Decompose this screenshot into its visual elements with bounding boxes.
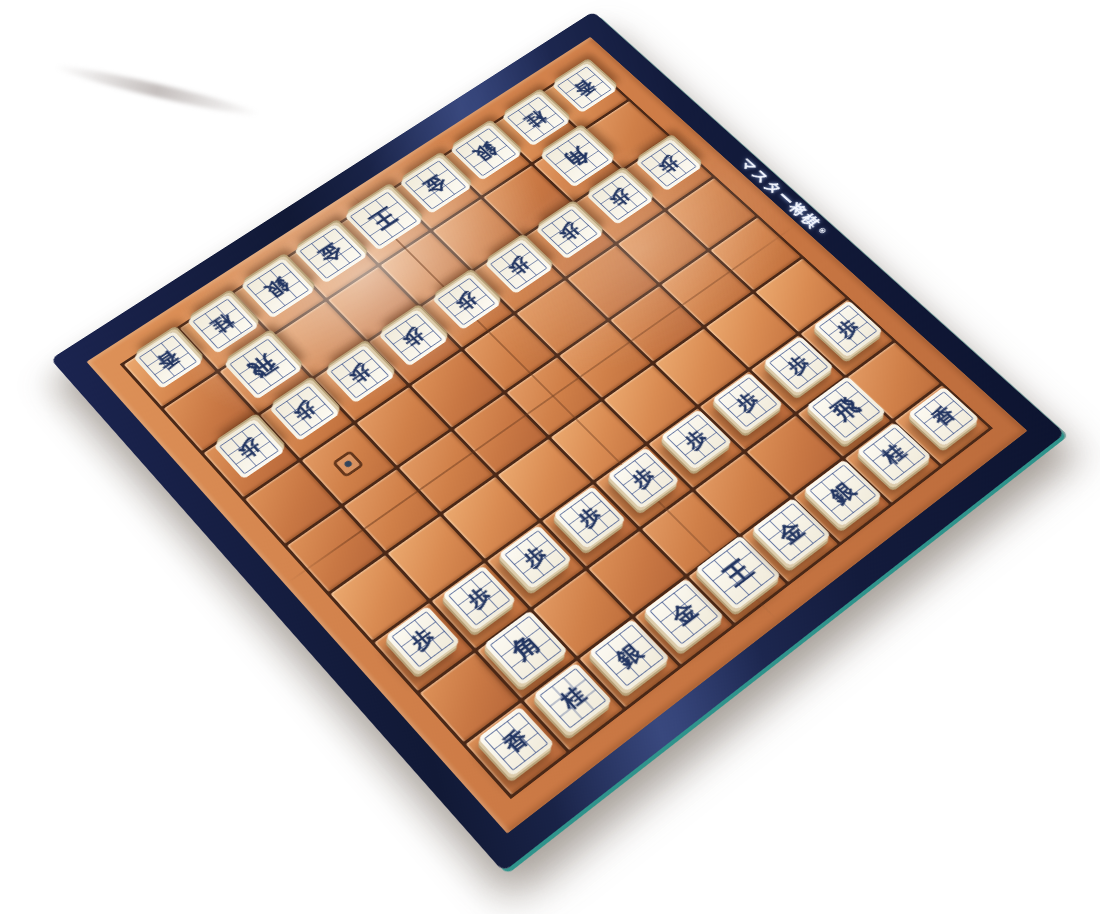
product-photo-canvas: 香桂銀金王金銀桂香飛角歩歩歩歩歩歩歩歩歩歩歩歩歩歩歩歩歩歩角飛香桂銀金王金銀桂香…	[0, 0, 1100, 914]
background-smudge	[53, 61, 261, 121]
piece-kanji: 歩	[733, 390, 763, 415]
piece-kanji: 王	[366, 205, 401, 233]
piece-knight-sente[interactable]: 桂	[534, 663, 613, 735]
piece-kanji: 歩	[784, 353, 814, 378]
piece-kanji: 王	[719, 556, 758, 590]
piece-kanji: 飛	[246, 352, 281, 381]
piece-kanji: 歩	[681, 427, 711, 453]
piece-kanji: 銀	[826, 479, 860, 508]
piece-bishop-gote[interactable]: 角	[540, 129, 615, 188]
piece-gold-sente[interactable]: 金	[644, 578, 725, 649]
piece-kanji: 金	[420, 173, 451, 198]
piece-kanji: 歩	[575, 504, 606, 531]
piece-lance-sente[interactable]: 香	[478, 707, 555, 777]
piece-kanji: 香	[571, 77, 599, 98]
piece-pawn-sente[interactable]: 歩	[442, 565, 516, 631]
shogi-board: 香桂銀金王金銀桂香飛角歩歩歩歩歩歩歩歩歩歩歩歩歩歩歩歩歩歩角飛香桂銀金王金銀桂香…	[50, 11, 1064, 871]
piece-kanji: 銀	[470, 140, 501, 164]
piece-kanji: 歩	[345, 361, 375, 386]
piece-kanji: 角	[507, 631, 545, 665]
piece-kanji: 銀	[612, 640, 647, 671]
piece-kanji: 桂	[879, 442, 909, 468]
piece-pawn-gote[interactable]: 歩	[432, 273, 501, 330]
piece-kanji: 飛	[828, 394, 864, 424]
piece-kanji: 金	[667, 598, 701, 628]
piece-kanji: 歩	[605, 187, 633, 210]
piece-pawn-gote[interactable]: 歩	[213, 418, 284, 479]
piece-gold-sente[interactable]: 金	[751, 498, 831, 567]
piece-kanji: 金	[774, 518, 808, 547]
piece-kanji: 歩	[399, 325, 428, 349]
piece-kanji: 香	[500, 727, 532, 756]
piece-kanji: 桂	[208, 311, 237, 335]
piece-silver-sente[interactable]: 銀	[589, 619, 671, 692]
piece-kanji: 歩	[628, 465, 658, 491]
piece-kanji: 歩	[290, 398, 320, 423]
piece-pawn-sente[interactable]: 歩	[385, 606, 460, 673]
piece-pawn-sente[interactable]: 歩	[498, 525, 572, 589]
piece-kanji: 歩	[655, 153, 683, 175]
piece-kanji: 歩	[452, 289, 481, 313]
piece-pawn-gote[interactable]: 歩	[535, 205, 603, 260]
piece-kanji: 歩	[407, 625, 439, 653]
piece-pawn-gote[interactable]: 歩	[269, 381, 340, 441]
piece-silver-sente[interactable]: 銀	[804, 460, 883, 527]
piece-rook-gote[interactable]: 飛	[224, 334, 302, 400]
pieces-layer: 香桂銀金王金銀桂香飛角歩歩歩歩歩歩歩歩歩歩歩歩歩歩歩歩歩歩角飛香桂銀金王金銀桂香	[124, 63, 989, 794]
piece-kanji: 角	[560, 145, 593, 171]
piece-kanji: 香	[153, 347, 182, 372]
piece-kanji: 歩	[504, 255, 533, 278]
piece-kanji: 歩	[833, 317, 862, 341]
piece-kanji: 銀	[262, 275, 294, 301]
piece-kanji: 歩	[520, 544, 551, 571]
piece-kanji: 桂	[557, 684, 589, 713]
piece-pawn-sente[interactable]: 歩	[712, 372, 783, 432]
piece-kanji: 香	[929, 404, 959, 429]
piece-kanji: 歩	[464, 584, 495, 612]
piece-kanji: 歩	[555, 220, 584, 243]
piece-kanji: 桂	[522, 108, 550, 130]
piece-kanji: 歩	[234, 436, 264, 462]
piece-kanji: 金	[315, 240, 346, 265]
piece-pawn-sente[interactable]: 歩	[763, 336, 834, 395]
